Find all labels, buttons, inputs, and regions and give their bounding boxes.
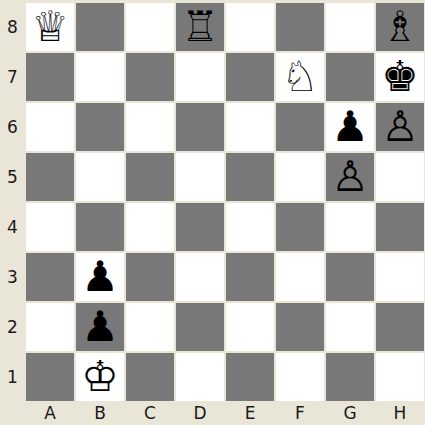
- square-d7[interactable]: [175, 52, 225, 102]
- white-king: ♔: [81, 353, 119, 401]
- rank-label-3: 3: [0, 252, 25, 302]
- file-label-e: E: [225, 400, 275, 425]
- square-a2[interactable]: [25, 302, 75, 352]
- white-knight: ♘: [281, 53, 319, 101]
- square-h4[interactable]: [375, 202, 425, 252]
- white-pawn: ♙: [381, 103, 419, 151]
- square-a8[interactable]: ♕: [25, 2, 75, 52]
- square-a5[interactable]: [25, 152, 75, 202]
- square-g5[interactable]: ♙: [325, 152, 375, 202]
- rank-labels: 87654321: [0, 2, 25, 402]
- black-pawn: ♟: [81, 253, 119, 301]
- square-g7[interactable]: [325, 52, 375, 102]
- square-d5[interactable]: [175, 152, 225, 202]
- square-f6[interactable]: [275, 102, 325, 152]
- square-d8[interactable]: ♖: [175, 2, 225, 52]
- rank-label-6: 6: [0, 102, 25, 152]
- white-queen: ♕: [31, 3, 69, 51]
- square-d2[interactable]: [175, 302, 225, 352]
- square-d1[interactable]: [175, 352, 225, 402]
- square-g1[interactable]: [325, 352, 375, 402]
- square-h3[interactable]: [375, 252, 425, 302]
- square-a6[interactable]: [25, 102, 75, 152]
- square-h1[interactable]: [375, 352, 425, 402]
- square-d4[interactable]: [175, 202, 225, 252]
- square-b8[interactable]: [75, 2, 125, 52]
- square-b6[interactable]: [75, 102, 125, 152]
- square-b7[interactable]: [75, 52, 125, 102]
- square-b5[interactable]: [75, 152, 125, 202]
- rank-label-2: 2: [0, 302, 25, 352]
- white-rook: ♖: [181, 3, 219, 51]
- square-e1[interactable]: [225, 352, 275, 402]
- white-bishop: ♗: [381, 3, 419, 51]
- square-c4[interactable]: [125, 202, 175, 252]
- square-c5[interactable]: [125, 152, 175, 202]
- file-label-c: C: [125, 400, 175, 425]
- square-c3[interactable]: [125, 252, 175, 302]
- square-c8[interactable]: [125, 2, 175, 52]
- square-f7[interactable]: ♘: [275, 52, 325, 102]
- rank-label-1: 1: [0, 352, 25, 402]
- black-pawn: ♟: [331, 103, 369, 151]
- square-h5[interactable]: [375, 152, 425, 202]
- square-e6[interactable]: [225, 102, 275, 152]
- square-f8[interactable]: [275, 2, 325, 52]
- file-labels: ABCDEFGH: [25, 400, 425, 425]
- square-d6[interactable]: [175, 102, 225, 152]
- square-g8[interactable]: [325, 2, 375, 52]
- square-f3[interactable]: [275, 252, 325, 302]
- square-h7[interactable]: ♚: [375, 52, 425, 102]
- square-b3[interactable]: ♟: [75, 252, 125, 302]
- square-e8[interactable]: [225, 2, 275, 52]
- square-h6[interactable]: ♙: [375, 102, 425, 152]
- square-c1[interactable]: [125, 352, 175, 402]
- square-f2[interactable]: [275, 302, 325, 352]
- square-c6[interactable]: [125, 102, 175, 152]
- square-e3[interactable]: [225, 252, 275, 302]
- square-e7[interactable]: [225, 52, 275, 102]
- square-h8[interactable]: ♗: [375, 2, 425, 52]
- square-g2[interactable]: [325, 302, 375, 352]
- file-label-h: H: [375, 400, 425, 425]
- file-label-f: F: [275, 400, 325, 425]
- square-d3[interactable]: [175, 252, 225, 302]
- rank-label-8: 8: [0, 2, 25, 52]
- square-e4[interactable]: [225, 202, 275, 252]
- file-label-b: B: [75, 400, 125, 425]
- square-e2[interactable]: [225, 302, 275, 352]
- file-label-a: A: [25, 400, 75, 425]
- square-c2[interactable]: [125, 302, 175, 352]
- square-f5[interactable]: [275, 152, 325, 202]
- chess-board: ♕♖♗♘♚♟♙♙♟♟♔: [25, 2, 425, 402]
- file-label-g: G: [325, 400, 375, 425]
- square-g3[interactable]: [325, 252, 375, 302]
- white-pawn: ♙: [331, 153, 369, 201]
- square-b4[interactable]: [75, 202, 125, 252]
- square-a7[interactable]: [25, 52, 75, 102]
- square-h2[interactable]: [375, 302, 425, 352]
- square-b1[interactable]: ♔: [75, 352, 125, 402]
- square-a4[interactable]: [25, 202, 75, 252]
- black-king: ♚: [381, 53, 419, 101]
- file-label-d: D: [175, 400, 225, 425]
- square-f1[interactable]: [275, 352, 325, 402]
- chess-board-app: 87654321 ♕♖♗♘♚♟♙♙♟♟♔ ABCDEFGH: [0, 0, 425, 425]
- square-b2[interactable]: ♟: [75, 302, 125, 352]
- square-a3[interactable]: [25, 252, 75, 302]
- square-a1[interactable]: [25, 352, 75, 402]
- rank-label-5: 5: [0, 152, 25, 202]
- square-c7[interactable]: [125, 52, 175, 102]
- square-f4[interactable]: [275, 202, 325, 252]
- square-g4[interactable]: [325, 202, 375, 252]
- rank-label-4: 4: [0, 202, 25, 252]
- black-pawn: ♟: [81, 303, 119, 351]
- rank-label-7: 7: [0, 52, 25, 102]
- square-e5[interactable]: [225, 152, 275, 202]
- square-g6[interactable]: ♟: [325, 102, 375, 152]
